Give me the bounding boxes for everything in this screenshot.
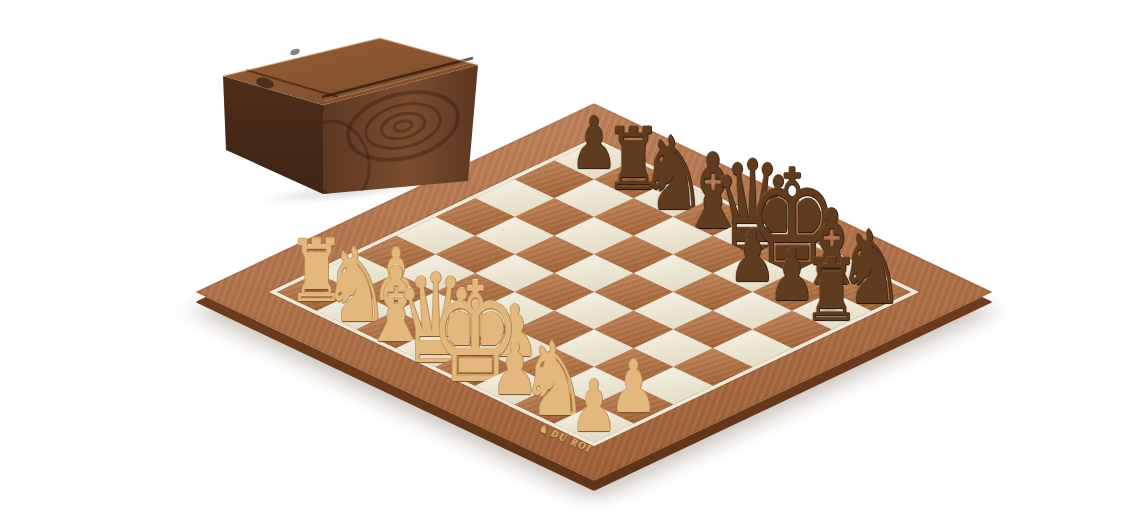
white-pawn: ♟ <box>570 370 618 442</box>
storage-box <box>198 10 488 200</box>
product-photo-scene: { "game": "chess", "scene_note": "decora… <box>0 0 1134 526</box>
wood-knot <box>289 47 300 56</box>
